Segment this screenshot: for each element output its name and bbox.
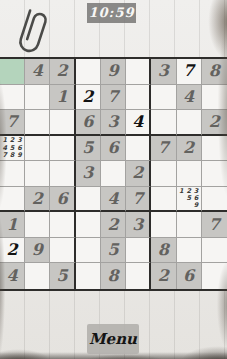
cell-r3c6[interactable]: 4 [126,110,151,136]
cell-r2c2[interactable] [25,85,50,111]
cell-r4c1[interactable]: 123456789 [0,136,25,162]
sudoku-board: 4293781274763421234567895672322647123569… [0,57,227,291]
cell-r2c8[interactable]: 4 [177,85,202,111]
cell-r7c2[interactable] [25,212,50,238]
cell-r1c2[interactable]: 4 [25,59,50,85]
cell-r3c3[interactable] [50,110,75,136]
cell-r6c2[interactable]: 2 [25,187,50,213]
cell-r2c5[interactable]: 7 [101,85,126,111]
cell-r8c2[interactable]: 9 [25,238,50,264]
cell-r6c9[interactable] [202,187,227,213]
cell-r7c7[interactable] [151,212,176,238]
cell-r8c6[interactable] [126,238,151,264]
cell-r4c7[interactable]: 7 [151,136,176,162]
cell-r9c4[interactable] [76,263,101,289]
sudoku-app-screen: { "game": "sudoku", "position": "0420903… [0,0,227,359]
cell-r3c5[interactable]: 3 [101,110,126,136]
cell-r9c6[interactable] [126,263,151,289]
cell-r4c8[interactable]: 2 [177,136,202,162]
cell-r7c3[interactable] [50,212,75,238]
cell-r9c1[interactable]: 4 [0,263,25,289]
cell-r4c3[interactable] [50,136,75,162]
cell-r4c5[interactable]: 6 [101,136,126,162]
cell-r9c2[interactable] [25,263,50,289]
cell-r7c6[interactable]: 3 [126,212,151,238]
cell-r5c6[interactable]: 2 [126,161,151,187]
cell-r6c3[interactable]: 6 [50,187,75,213]
cell-r3c2[interactable] [25,110,50,136]
cell-r4c4[interactable]: 5 [76,136,101,162]
cell-r4c6[interactable] [126,136,151,162]
cell-r5c3[interactable] [50,161,75,187]
cell-r3c7[interactable] [151,110,176,136]
cell-r8c8[interactable] [177,238,202,264]
cell-r1c7[interactable]: 3 [151,59,176,85]
cell-r2c3[interactable]: 1 [50,85,75,111]
cell-r1c9[interactable]: 8 [202,59,227,85]
cell-r2c6[interactable] [126,85,151,111]
cell-r9c7[interactable]: 2 [151,263,176,289]
cell-r1c4[interactable] [76,59,101,85]
cell-r2c4[interactable]: 2 [76,85,101,111]
cell-r7c9[interactable]: 7 [202,212,227,238]
cell-r6c8[interactable]: 123569 [177,187,202,213]
cell-r7c5[interactable]: 2 [101,212,126,238]
pencil-marks: 123569 [178,188,200,210]
pencil-marks: 123456789 [1,137,23,160]
cell-r9c8[interactable]: 6 [177,263,202,289]
cell-r5c1[interactable] [0,161,25,187]
cell-r5c7[interactable] [151,161,176,187]
cell-r3c8[interactable] [177,110,202,136]
cell-r1c1[interactable] [0,59,25,85]
cell-r4c9[interactable] [202,136,227,162]
cell-r4c2[interactable] [25,136,50,162]
cell-r3c1[interactable]: 7 [0,110,25,136]
cell-r9c5[interactable]: 8 [101,263,126,289]
cell-r6c1[interactable] [0,187,25,213]
cell-r1c8[interactable]: 7 [177,59,202,85]
timer: 10:59 [87,3,136,23]
cell-r6c7[interactable] [151,187,176,213]
cell-r5c4[interactable]: 3 [76,161,101,187]
cell-r6c5[interactable]: 4 [101,187,126,213]
cell-r9c3[interactable]: 5 [50,263,75,289]
cell-r8c3[interactable] [50,238,75,264]
cell-r3c9[interactable]: 2 [202,110,227,136]
cell-r5c5[interactable] [101,161,126,187]
cell-r8c4[interactable] [76,238,101,264]
cell-r8c7[interactable]: 8 [151,238,176,264]
cell-r5c2[interactable] [25,161,50,187]
cell-r8c1[interactable]: 2 [0,238,25,264]
cell-r1c3[interactable]: 2 [50,59,75,85]
cell-r2c7[interactable] [151,85,176,111]
cell-r5c8[interactable] [177,161,202,187]
cell-r6c6[interactable]: 7 [126,187,151,213]
cell-r1c6[interactable] [126,59,151,85]
cell-r1c5[interactable]: 9 [101,59,126,85]
cell-r5c9[interactable] [202,161,227,187]
cell-r2c9[interactable] [202,85,227,111]
cell-r3c4[interactable]: 6 [76,110,101,136]
cell-r8c5[interactable]: 5 [101,238,126,264]
cell-r7c4[interactable] [76,212,101,238]
cell-r8c9[interactable] [202,238,227,264]
cell-r7c8[interactable] [177,212,202,238]
cell-r6c4[interactable] [76,187,101,213]
cell-r2c1[interactable] [0,85,25,111]
cell-r9c9[interactable] [202,263,227,289]
menu-button[interactable]: Menu [87,324,139,354]
cell-r7c1[interactable]: 1 [0,212,25,238]
